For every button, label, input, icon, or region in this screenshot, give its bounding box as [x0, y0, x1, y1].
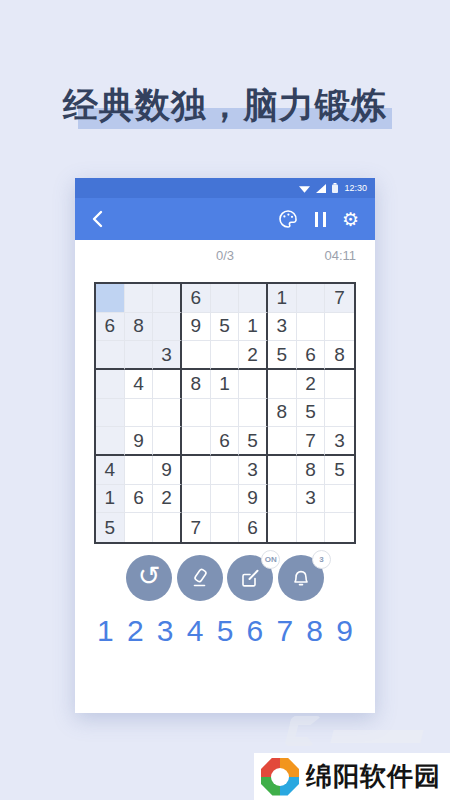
- faint-watermark: [288, 716, 438, 754]
- sudoku-cell[interactable]: [153, 284, 182, 313]
- sudoku-cell[interactable]: [211, 485, 240, 514]
- sudoku-cell[interactable]: [297, 284, 326, 313]
- sudoku-cell[interactable]: [239, 370, 268, 399]
- sudoku-cell[interactable]: [268, 427, 297, 456]
- info-row: 0/3 04:11: [75, 248, 375, 266]
- sudoku-cell[interactable]: [211, 341, 240, 370]
- sudoku-cell[interactable]: 9: [125, 427, 154, 456]
- sudoku-cell[interactable]: 4: [96, 456, 125, 485]
- sudoku-cell[interactable]: [268, 370, 297, 399]
- sudoku-cell[interactable]: [211, 399, 240, 428]
- sudoku-cell[interactable]: 9: [239, 485, 268, 514]
- pause-icon[interactable]: [315, 212, 326, 227]
- numpad-digit[interactable]: 1: [97, 614, 114, 648]
- sudoku-cell[interactable]: [239, 284, 268, 313]
- sudoku-cell[interactable]: 1: [239, 313, 268, 342]
- sudoku-cell[interactable]: [125, 456, 154, 485]
- sudoku-cell[interactable]: [96, 341, 125, 370]
- sudoku-cell[interactable]: [239, 399, 268, 428]
- sudoku-cell[interactable]: 5: [325, 456, 354, 485]
- sudoku-cell[interactable]: [182, 399, 211, 428]
- toolbar: ↺ ON 3: [95, 555, 355, 601]
- sudoku-cell[interactable]: [96, 399, 125, 428]
- sudoku-cell[interactable]: 1: [211, 370, 240, 399]
- settings-gear-icon[interactable]: ⚙: [342, 210, 359, 229]
- sudoku-cell[interactable]: 2: [153, 485, 182, 514]
- back-icon[interactable]: [91, 210, 103, 228]
- site-watermark-bar: 绵阳软件园: [254, 753, 450, 800]
- numpad-digit[interactable]: 7: [276, 614, 293, 648]
- pencil-on-badge: ON: [261, 550, 280, 569]
- numpad-digit[interactable]: 6: [247, 614, 264, 648]
- numpad-digit[interactable]: 3: [157, 614, 174, 648]
- sudoku-cell[interactable]: 5: [96, 513, 125, 542]
- sudoku-cell[interactable]: 3: [268, 313, 297, 342]
- sudoku-cell[interactable]: [125, 513, 154, 542]
- promo-headline: 经典数独，脑力锻炼: [0, 82, 450, 132]
- sudoku-cell[interactable]: 6: [211, 427, 240, 456]
- sudoku-cell[interactable]: [211, 513, 240, 542]
- sudoku-cell[interactable]: [297, 513, 326, 542]
- sudoku-cell[interactable]: 1: [268, 284, 297, 313]
- sudoku-cell[interactable]: [96, 284, 125, 313]
- sudoku-cell[interactable]: 7: [325, 284, 354, 313]
- signal-icon: [316, 184, 326, 193]
- app-bar: ⚙: [75, 198, 375, 240]
- sudoku-cell[interactable]: [297, 313, 326, 342]
- eraser-icon: [189, 567, 211, 589]
- numpad-digit[interactable]: 5: [217, 614, 234, 648]
- numpad-digit[interactable]: 4: [187, 614, 204, 648]
- sudoku-cell[interactable]: 5: [239, 427, 268, 456]
- sudoku-cell[interactable]: 2: [239, 341, 268, 370]
- sudoku-cell[interactable]: 3: [297, 485, 326, 514]
- sudoku-cell[interactable]: [182, 485, 211, 514]
- sudoku-cell[interactable]: 8: [268, 399, 297, 428]
- sudoku-cell[interactable]: [125, 284, 154, 313]
- sudoku-cell[interactable]: [125, 399, 154, 428]
- sudoku-cell[interactable]: 1: [96, 485, 125, 514]
- sudoku-cell[interactable]: [325, 370, 354, 399]
- eraser-button[interactable]: [177, 555, 223, 601]
- game-timer: 04:11: [324, 248, 356, 263]
- sudoku-cell[interactable]: [325, 513, 354, 542]
- sudoku-cell[interactable]: 3: [239, 456, 268, 485]
- palette-icon[interactable]: [277, 208, 299, 230]
- undo-button[interactable]: ↺: [126, 555, 172, 601]
- sudoku-cell[interactable]: [211, 456, 240, 485]
- sudoku-cell[interactable]: [153, 513, 182, 542]
- sudoku-cell[interactable]: [211, 284, 240, 313]
- number-pad: 123456789: [97, 614, 353, 648]
- status-bar: 12:30: [75, 178, 375, 198]
- sudoku-cell[interactable]: [153, 313, 182, 342]
- numpad-digit[interactable]: 8: [306, 614, 323, 648]
- sudoku-cell[interactable]: 3: [153, 341, 182, 370]
- headline-text: 经典数独，脑力锻炼: [0, 82, 450, 129]
- sudoku-cell[interactable]: 6: [96, 313, 125, 342]
- phone-screenshot: 12:30 ⚙ 0/3 04:11 6176895133256848128596…: [75, 178, 375, 713]
- sudoku-cell[interactable]: 6: [125, 485, 154, 514]
- sudoku-grid: 61768951332568481285965734938516293576: [94, 282, 356, 544]
- sudoku-cell[interactable]: [325, 485, 354, 514]
- sudoku-cell[interactable]: 6: [182, 284, 211, 313]
- numpad-digit[interactable]: 9: [336, 614, 353, 648]
- sudoku-cell[interactable]: [182, 456, 211, 485]
- sudoku-cell[interactable]: [268, 513, 297, 542]
- sudoku-cell[interactable]: 2: [297, 370, 326, 399]
- sudoku-cell[interactable]: [125, 341, 154, 370]
- undo-icon: ↺: [138, 563, 161, 590]
- sudoku-cell[interactable]: 6: [297, 341, 326, 370]
- site-logo-icon: [261, 758, 299, 796]
- sudoku-cell[interactable]: 5: [268, 341, 297, 370]
- sudoku-cell[interactable]: [153, 427, 182, 456]
- sudoku-cell[interactable]: [268, 456, 297, 485]
- sudoku-cell[interactable]: 9: [182, 313, 211, 342]
- wifi-icon: [299, 184, 310, 193]
- sudoku-cell[interactable]: [325, 399, 354, 428]
- sudoku-cell[interactable]: [325, 313, 354, 342]
- sudoku-cell[interactable]: [182, 341, 211, 370]
- sudoku-cell[interactable]: 8: [125, 313, 154, 342]
- sudoku-cell[interactable]: 5: [297, 399, 326, 428]
- hint-count-badge: 3: [312, 550, 331, 569]
- sudoku-cell[interactable]: [182, 427, 211, 456]
- sudoku-cell[interactable]: 6: [239, 513, 268, 542]
- sudoku-cell[interactable]: 8: [325, 341, 354, 370]
- sudoku-cell[interactable]: [268, 485, 297, 514]
- pencil-icon: [239, 567, 261, 589]
- sudoku-cell[interactable]: 8: [182, 370, 211, 399]
- sudoku-cell[interactable]: 3: [325, 427, 354, 456]
- sudoku-cell[interactable]: [153, 399, 182, 428]
- pencil-notes-button[interactable]: ON: [227, 555, 273, 601]
- battery-icon: [332, 183, 338, 193]
- site-name: 绵阳软件园: [306, 759, 441, 794]
- bell-icon: [290, 567, 312, 589]
- numpad-digit[interactable]: 2: [127, 614, 144, 648]
- sudoku-cell[interactable]: 8: [297, 456, 326, 485]
- sudoku-cell[interactable]: [96, 370, 125, 399]
- sudoku-cell[interactable]: 9: [153, 456, 182, 485]
- sudoku-cell[interactable]: 7: [297, 427, 326, 456]
- sudoku-cell[interactable]: [153, 370, 182, 399]
- status-time: 12:30: [344, 183, 367, 193]
- sudoku-cell[interactable]: 5: [211, 313, 240, 342]
- sudoku-cell[interactable]: [96, 427, 125, 456]
- sudoku-cell[interactable]: 7: [182, 513, 211, 542]
- sudoku-cell[interactable]: 4: [125, 370, 154, 399]
- hint-button[interactable]: 3: [278, 555, 324, 601]
